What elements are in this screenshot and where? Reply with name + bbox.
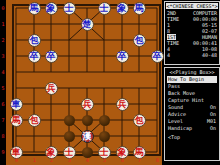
rank-label: 6 — [0, 102, 6, 107]
menu-item[interactable]: Pass — [165, 83, 219, 90]
menu-header: <<Playing Box>> — [165, 68, 219, 76]
file-label: 1 — [33, 158, 36, 163]
piece-bA[interactable]: 士 — [63, 2, 76, 15]
piece-rK[interactable]: 漢 — [81, 130, 94, 143]
move-hint-dot — [82, 115, 93, 126]
rank-label: 5 — [0, 86, 6, 91]
file-label: 4 — [86, 158, 89, 163]
rank-label: 9 — [0, 150, 6, 155]
piece-bC[interactable]: 包 — [28, 34, 41, 47]
piece-bR[interactable]: 車 — [10, 98, 23, 111]
piece-bE[interactable]: 象 — [116, 2, 129, 15]
piece-rP[interactable]: 兵 — [116, 98, 129, 111]
piece-bH[interactable]: 馬 — [133, 2, 146, 15]
piece-bK[interactable]: 楚 — [81, 18, 94, 31]
rank-label: 4 — [0, 70, 6, 75]
rank-label: 1 — [0, 22, 6, 27]
piece-rC[interactable]: 包 — [28, 114, 41, 127]
toggle-label: Sound — [168, 104, 183, 111]
toggle-label: Level — [168, 118, 183, 125]
file-label: 0 — [15, 158, 18, 163]
move-hint-dot — [99, 115, 110, 126]
piece-bA[interactable]: 士 — [98, 2, 111, 15]
piece-bE[interactable]: 象 — [45, 2, 58, 15]
move-hint-dot — [99, 131, 110, 142]
menu-toggle[interactable]: AdviceOn — [165, 111, 219, 118]
move-hint-dot — [82, 147, 93, 158]
menu-item-selected[interactable]: How To Begin — [167, 76, 217, 83]
file-label: 5 — [103, 158, 106, 163]
rank-label: 8 — [0, 134, 6, 139]
piece-bP[interactable]: 卒 — [28, 50, 41, 63]
playing-box-menu: <<Playing Box>> How To Begin PassBack Mo… — [164, 67, 220, 161]
move-coords: 40-48 — [202, 52, 217, 58]
menu-item[interactable]: Capture Hint — [165, 97, 219, 104]
menu-toggle[interactable]: SoundOn — [165, 104, 219, 111]
game-info-panel: <*CHINESE CHESS*> 2NDCOMPUTERTIME00:00:0… — [164, 1, 220, 65]
piece-rH[interactable]: 馬 — [10, 114, 23, 127]
file-label: 7 — [138, 158, 141, 163]
menu-item[interactable]: Back Move — [165, 90, 219, 97]
piece-bP[interactable]: 卒 — [116, 50, 129, 63]
xiangqi-app: <*CHINESE CHESS*> 2NDCOMPUTERTIME00:00:0… — [0, 0, 220, 165]
file-label: 6 — [121, 158, 124, 163]
toggle-value: M01 — [207, 118, 216, 125]
move-hint-dot — [64, 131, 75, 142]
move-number: 4 — [167, 52, 170, 58]
menu-footer[interactable]: <Top — [165, 132, 219, 140]
rank-label: 7 — [0, 118, 6, 123]
piece-rP[interactable]: 兵 — [81, 98, 94, 111]
move-hint-dot — [64, 115, 75, 126]
file-label: 2 — [50, 158, 53, 163]
rank-label: 0 — [0, 6, 6, 11]
toggle-label: Handicap — [168, 125, 192, 132]
toggle-value: On — [210, 125, 216, 132]
rank-label: 3 — [0, 54, 6, 59]
panel-title: <*CHINESE CHESS*> — [166, 3, 218, 9]
menu-toggle[interactable]: HandicapOn — [165, 125, 219, 132]
move-row: 440-48 — [165, 52, 219, 58]
rank-label: 2 — [0, 38, 6, 43]
piece-bH[interactable]: 馬 — [28, 2, 41, 15]
piece-rP[interactable]: 兵 — [45, 82, 58, 95]
file-label: 8 — [156, 158, 159, 163]
toggle-value: On — [210, 111, 216, 118]
file-label: 3 — [68, 158, 71, 163]
piece-bP[interactable]: 卒 — [45, 50, 58, 63]
piece-bC[interactable]: 包 — [133, 34, 146, 47]
piece-bP[interactable]: 卒 — [151, 50, 164, 63]
menu-toggle[interactable]: LevelM01 — [165, 118, 219, 125]
toggle-label: Advice — [168, 111, 186, 118]
toggle-value: On — [210, 104, 216, 111]
piece-rC[interactable]: 包 — [133, 114, 146, 127]
